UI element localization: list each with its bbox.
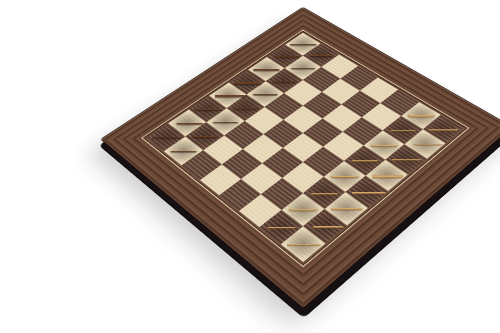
chess-board: ♜♟♟♜♞♟♟♞♝♟♟♝♛♟♟♛♚♟♟♚♝♟♟♝♞♟♟♞♜♟♟♜ [101, 7, 500, 307]
perspective-scene: ♜♟♟♜♞♟♟♞♝♟♟♝♛♟♟♛♚♟♟♚♝♟♟♝♞♟♟♞♜♟♟♜ [0, 0, 500, 333]
playing-area: ♜♟♟♜♞♟♟♞♝♟♟♝♛♟♟♛♚♟♟♚♝♟♟♝♞♟♟♞♜♟♟♜ [147, 33, 464, 262]
product-photo: ♜♟♟♜♞♟♟♞♝♟♟♝♛♟♟♛♚♟♟♚♝♟♟♝♞♟♟♞♜♟♟♜ [0, 0, 500, 333]
